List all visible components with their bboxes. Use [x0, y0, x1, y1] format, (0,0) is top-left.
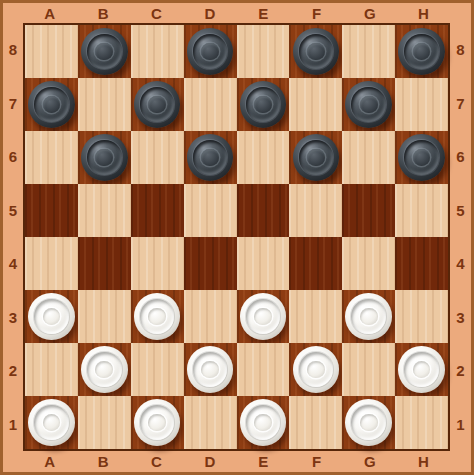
rank-label-left-4: 4: [3, 237, 23, 291]
rank-label-left-5: 5: [3, 184, 23, 238]
square-g5[interactable]: [342, 184, 395, 237]
rank-label-left-1: 1: [3, 398, 23, 452]
square-d5[interactable]: [184, 184, 237, 237]
black-checker-h8[interactable]: [398, 28, 445, 75]
black-checker-f6[interactable]: [293, 134, 340, 181]
black-checker-g7[interactable]: [345, 81, 392, 128]
white-checker-g3[interactable]: [345, 293, 392, 340]
square-e3[interactable]: [237, 290, 290, 343]
square-d7[interactable]: [184, 78, 237, 131]
rank-label-right-5: 5: [450, 184, 471, 238]
square-b2[interactable]: [78, 343, 131, 396]
file-label-bottom-d: D: [183, 451, 236, 472]
square-f1[interactable]: [289, 396, 342, 449]
rank-label-right-8: 8: [450, 23, 471, 77]
square-e7[interactable]: [237, 78, 290, 131]
rank-label-right-4: 4: [450, 237, 471, 291]
rank-label-left-7: 7: [3, 77, 23, 131]
white-checker-e1[interactable]: [240, 399, 287, 446]
square-a7[interactable]: [25, 78, 78, 131]
square-h6[interactable]: [395, 131, 448, 184]
board: [23, 23, 450, 451]
rank-label-right-2: 2: [450, 344, 471, 398]
square-d1[interactable]: [184, 396, 237, 449]
white-checker-g1[interactable]: [345, 399, 392, 446]
square-a2[interactable]: [25, 343, 78, 396]
white-checker-c3[interactable]: [134, 293, 181, 340]
file-labels-top: ABCDEFGH: [23, 3, 450, 23]
square-b7[interactable]: [78, 78, 131, 131]
square-b1[interactable]: [78, 396, 131, 449]
white-checker-e3[interactable]: [240, 293, 287, 340]
square-h1[interactable]: [395, 396, 448, 449]
square-c6[interactable]: [131, 131, 184, 184]
file-label-top-g: G: [343, 3, 396, 23]
file-label-bottom-c: C: [130, 451, 183, 472]
square-e1[interactable]: [237, 396, 290, 449]
rank-label-left-8: 8: [3, 23, 23, 77]
square-f3[interactable]: [289, 290, 342, 343]
rank-label-left-6: 6: [3, 130, 23, 184]
square-a6[interactable]: [25, 131, 78, 184]
square-e4[interactable]: [237, 237, 290, 290]
square-d8[interactable]: [184, 25, 237, 78]
square-a3[interactable]: [25, 290, 78, 343]
square-g2[interactable]: [342, 343, 395, 396]
black-checker-f8[interactable]: [293, 28, 340, 75]
square-c1[interactable]: [131, 396, 184, 449]
square-c8[interactable]: [131, 25, 184, 78]
file-label-top-b: B: [76, 3, 129, 23]
square-c4[interactable]: [131, 237, 184, 290]
file-label-bottom-f: F: [290, 451, 343, 472]
file-label-top-e: E: [237, 3, 290, 23]
square-d3[interactable]: [184, 290, 237, 343]
white-checker-a3[interactable]: [28, 293, 75, 340]
square-d4[interactable]: [184, 237, 237, 290]
white-checker-h2[interactable]: [398, 346, 445, 393]
black-checker-b6[interactable]: [81, 134, 128, 181]
file-label-top-f: F: [290, 3, 343, 23]
file-label-bottom-h: H: [397, 451, 450, 472]
square-b5[interactable]: [78, 184, 131, 237]
square-e2[interactable]: [237, 343, 290, 396]
square-c3[interactable]: [131, 290, 184, 343]
square-g3[interactable]: [342, 290, 395, 343]
square-a1[interactable]: [25, 396, 78, 449]
file-label-bottom-e: E: [237, 451, 290, 472]
square-h3[interactable]: [395, 290, 448, 343]
black-checker-b8[interactable]: [81, 28, 128, 75]
square-d6[interactable]: [184, 131, 237, 184]
file-labels-bottom: ABCDEFGH: [23, 451, 450, 472]
white-checker-b2[interactable]: [81, 346, 128, 393]
square-h8[interactable]: [395, 25, 448, 78]
black-checker-d8[interactable]: [187, 28, 234, 75]
square-h5[interactable]: [395, 184, 448, 237]
square-g8[interactable]: [342, 25, 395, 78]
square-g7[interactable]: [342, 78, 395, 131]
white-checker-a1[interactable]: [28, 399, 75, 446]
rank-label-right-3: 3: [450, 291, 471, 345]
square-c2[interactable]: [131, 343, 184, 396]
checkers-board-frame: ABCDEFGH 87654321 87654321 ABCDEFGH: [0, 0, 474, 475]
square-b8[interactable]: [78, 25, 131, 78]
black-checker-d6[interactable]: [187, 134, 234, 181]
square-e8[interactable]: [237, 25, 290, 78]
black-checker-c7[interactable]: [134, 81, 181, 128]
square-a8[interactable]: [25, 25, 78, 78]
square-e6[interactable]: [237, 131, 290, 184]
square-g6[interactable]: [342, 131, 395, 184]
file-label-top-a: A: [23, 3, 76, 23]
white-checker-d2[interactable]: [187, 346, 234, 393]
file-label-top-d: D: [183, 3, 236, 23]
rank-label-left-3: 3: [3, 291, 23, 345]
white-checker-c1[interactable]: [134, 399, 181, 446]
black-checker-e7[interactable]: [240, 81, 287, 128]
square-a4[interactable]: [25, 237, 78, 290]
square-h4[interactable]: [395, 237, 448, 290]
rank-label-left-2: 2: [3, 344, 23, 398]
file-label-bottom-g: G: [343, 451, 396, 472]
square-g4[interactable]: [342, 237, 395, 290]
square-f7[interactable]: [289, 78, 342, 131]
square-a5[interactable]: [25, 184, 78, 237]
black-checker-h6[interactable]: [398, 134, 445, 181]
square-b6[interactable]: [78, 131, 131, 184]
square-f2[interactable]: [289, 343, 342, 396]
rank-labels-left: 87654321: [3, 23, 23, 451]
square-e5[interactable]: [237, 184, 290, 237]
square-c5[interactable]: [131, 184, 184, 237]
square-f6[interactable]: [289, 131, 342, 184]
rank-label-right-1: 1: [450, 398, 471, 452]
square-b4[interactable]: [78, 237, 131, 290]
black-checker-a7[interactable]: [28, 81, 75, 128]
file-label-bottom-b: B: [76, 451, 129, 472]
square-c7[interactable]: [131, 78, 184, 131]
file-label-top-h: H: [397, 3, 450, 23]
rank-label-right-6: 6: [450, 130, 471, 184]
file-label-bottom-a: A: [23, 451, 76, 472]
square-g1[interactable]: [342, 396, 395, 449]
square-h7[interactable]: [395, 78, 448, 131]
square-d2[interactable]: [184, 343, 237, 396]
rank-label-right-7: 7: [450, 77, 471, 131]
file-label-top-c: C: [130, 3, 183, 23]
square-f8[interactable]: [289, 25, 342, 78]
square-h2[interactable]: [395, 343, 448, 396]
square-b3[interactable]: [78, 290, 131, 343]
white-checker-f2[interactable]: [293, 346, 340, 393]
rank-labels-right: 87654321: [450, 23, 471, 451]
square-f4[interactable]: [289, 237, 342, 290]
square-f5[interactable]: [289, 184, 342, 237]
